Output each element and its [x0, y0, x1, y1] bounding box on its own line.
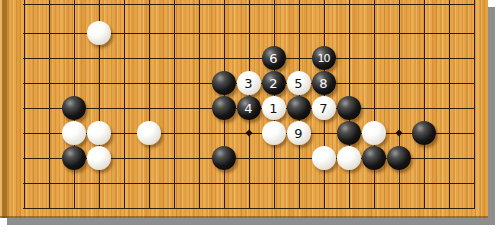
stone-white: 5 — [287, 71, 311, 95]
star-point — [395, 129, 402, 136]
stone-black — [212, 146, 236, 170]
stone-white — [87, 21, 111, 45]
stone-white — [87, 121, 111, 145]
stone-white — [87, 146, 111, 170]
move-number-label: 10 — [318, 53, 330, 64]
stone-black — [62, 96, 86, 120]
move-number-label: 3 — [244, 77, 252, 90]
stone-white — [362, 121, 386, 145]
stone-white — [337, 146, 361, 170]
stone-white — [312, 146, 336, 170]
grid-vline — [124, 0, 125, 209]
stone-white — [262, 121, 286, 145]
stone-black — [62, 146, 86, 170]
move-number-label: 9 — [294, 127, 302, 140]
move-number-label: 2 — [269, 77, 277, 90]
grid-vline — [424, 0, 425, 209]
move-number-label: 7 — [319, 102, 327, 115]
page: 61032584179 — [0, 0, 500, 235]
stone-black — [212, 71, 236, 95]
grid-vline — [374, 0, 375, 209]
go-board[interactable]: 61032584179 — [0, 0, 488, 218]
grid-vline — [49, 0, 50, 209]
star-point — [245, 129, 252, 136]
move-number-label: 1 — [269, 102, 277, 115]
board-left-edge — [0, 0, 10, 218]
stone-black: 10 — [312, 46, 336, 70]
move-number-label: 6 — [269, 52, 277, 65]
stone-black — [362, 146, 386, 170]
grid-vline — [449, 0, 450, 209]
stone-white — [137, 121, 161, 145]
stone-black: 6 — [262, 46, 286, 70]
grid-vline — [24, 0, 25, 209]
stone-black — [337, 96, 361, 120]
grid-vline — [149, 0, 150, 209]
grid-vline — [174, 0, 175, 209]
grid-hline — [23, 58, 474, 59]
stone-black: 4 — [237, 96, 261, 120]
stone-black — [337, 121, 361, 145]
stone-black — [212, 96, 236, 120]
stone-white: 7 — [312, 96, 336, 120]
stone-white: 3 — [237, 71, 261, 95]
move-number-label: 5 — [294, 77, 302, 90]
grid-vline — [199, 0, 200, 209]
grid-hline — [23, 208, 474, 209]
stone-black — [412, 121, 436, 145]
grid-vline — [474, 0, 475, 209]
move-number-label: 4 — [244, 102, 252, 115]
grid-hline — [23, 183, 474, 184]
stone-black: 8 — [312, 71, 336, 95]
stone-black — [387, 146, 411, 170]
move-number-label: 8 — [319, 77, 327, 90]
stone-black: 2 — [262, 71, 286, 95]
grid-hline — [23, 4, 474, 5]
stone-white: 9 — [287, 121, 311, 145]
stone-white — [62, 121, 86, 145]
stone-white: 1 — [262, 96, 286, 120]
stone-black — [287, 96, 311, 120]
grid-vline — [399, 0, 400, 209]
